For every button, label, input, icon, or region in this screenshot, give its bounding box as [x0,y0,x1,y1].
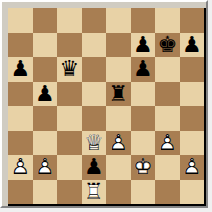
piece-white-pawn: ♟♙ [155,131,180,156]
square-b4[interactable] [33,106,58,131]
square-e5[interactable]: ♜ [106,82,131,107]
square-g6[interactable] [155,57,180,82]
square-a5[interactable] [8,82,33,107]
square-a1[interactable] [8,180,33,205]
piece-white-pawn: ♟♙ [8,155,33,180]
square-d8[interactable] [82,8,107,33]
square-c5[interactable] [57,82,82,107]
square-f5[interactable] [131,82,156,107]
square-h3[interactable] [180,131,205,156]
square-e8[interactable] [106,8,131,33]
square-b2[interactable]: ♟♙ [33,155,58,180]
square-b6[interactable] [33,57,58,82]
square-c7[interactable] [57,33,82,58]
square-d4[interactable] [82,106,107,131]
square-g8[interactable] [155,8,180,33]
square-d7[interactable] [82,33,107,58]
square-b8[interactable] [33,8,58,33]
square-a8[interactable] [8,8,33,33]
square-g7[interactable]: ♚ [155,33,180,58]
square-h2[interactable]: ♟♙ [180,155,205,180]
board-frame: ♟♚♟♟♛♟♟♜♛♕♟♙♟♙♟♙♟♙♟♚♔♟♙♜♖ [0,0,208,208]
piece-black-pawn: ♟ [180,33,205,58]
square-a3[interactable] [8,131,33,156]
square-c8[interactable] [57,8,82,33]
square-h6[interactable] [180,57,205,82]
square-g1[interactable] [155,180,180,205]
square-d2[interactable]: ♟ [82,155,107,180]
piece-white-queen: ♛♕ [82,131,107,156]
square-b3[interactable] [33,131,58,156]
square-h5[interactable] [180,82,205,107]
piece-black-pawn: ♟ [131,57,156,82]
square-g4[interactable] [155,106,180,131]
square-d5[interactable] [82,82,107,107]
square-f8[interactable] [131,8,156,33]
piece-black-pawn: ♟ [33,82,58,107]
square-d6[interactable] [82,57,107,82]
square-c6[interactable]: ♛ [57,57,82,82]
square-h1[interactable] [180,180,205,205]
square-h7[interactable]: ♟ [180,33,205,58]
piece-white-pawn: ♟♙ [33,155,58,180]
square-c3[interactable] [57,131,82,156]
square-e7[interactable] [106,33,131,58]
square-f3[interactable] [131,131,156,156]
square-e3[interactable]: ♟♙ [106,131,131,156]
piece-white-pawn: ♟♙ [180,155,205,180]
square-e1[interactable] [106,180,131,205]
square-a4[interactable] [8,106,33,131]
square-a6[interactable]: ♟ [8,57,33,82]
square-f7[interactable]: ♟ [131,33,156,58]
square-e2[interactable] [106,155,131,180]
piece-white-rook: ♜♖ [82,180,107,205]
piece-black-rook: ♜ [106,82,131,107]
square-c2[interactable] [57,155,82,180]
square-f1[interactable] [131,180,156,205]
square-a2[interactable]: ♟♙ [8,155,33,180]
piece-black-queen: ♛ [57,57,82,82]
square-e4[interactable] [106,106,131,131]
square-b7[interactable] [33,33,58,58]
square-c1[interactable] [57,180,82,205]
square-h4[interactable] [180,106,205,131]
square-g5[interactable] [155,82,180,107]
square-f6[interactable]: ♟ [131,57,156,82]
square-f2[interactable]: ♚♔ [131,155,156,180]
piece-white-pawn: ♟♙ [106,131,131,156]
piece-black-king: ♚ [155,33,180,58]
square-b1[interactable] [33,180,58,205]
square-h8[interactable] [180,8,205,33]
piece-black-pawn: ♟ [131,33,156,58]
piece-black-pawn: ♟ [8,57,33,82]
chess-board: ♟♚♟♟♛♟♟♜♛♕♟♙♟♙♟♙♟♙♟♚♔♟♙♜♖ [8,8,206,206]
square-b5[interactable]: ♟ [33,82,58,107]
square-d3[interactable]: ♛♕ [82,131,107,156]
square-c4[interactable] [57,106,82,131]
square-g3[interactable]: ♟♙ [155,131,180,156]
square-a7[interactable] [8,33,33,58]
square-e6[interactable] [106,57,131,82]
square-d1[interactable]: ♜♖ [82,180,107,205]
square-g2[interactable] [155,155,180,180]
square-f4[interactable] [131,106,156,131]
piece-white-king: ♚♔ [131,155,156,180]
piece-black-pawn: ♟ [82,155,107,180]
